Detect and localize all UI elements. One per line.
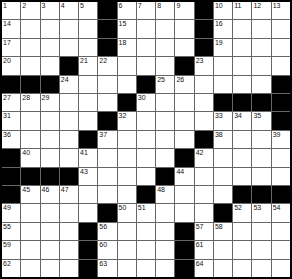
cell-r14c7[interactable] bbox=[118, 241, 136, 258]
cell-r13c1[interactable]: 55 bbox=[2, 223, 20, 240]
cell-r8c6[interactable]: 37 bbox=[98, 131, 116, 148]
cell-r6c1[interactable]: 27 bbox=[2, 94, 20, 111]
clue-number: 60 bbox=[99, 241, 107, 249]
black-square-r5c3 bbox=[41, 76, 59, 93]
cell-r14c1[interactable]: 59 bbox=[2, 241, 20, 258]
cell-r15c14[interactable] bbox=[252, 260, 270, 277]
cell-r7c3[interactable] bbox=[41, 112, 59, 129]
cell-r15c13[interactable] bbox=[233, 260, 251, 277]
cell-r8c3[interactable] bbox=[41, 131, 59, 148]
clue-number: 23 bbox=[196, 57, 204, 65]
cell-r14c11[interactable]: 61 bbox=[195, 241, 213, 258]
cell-r8c7[interactable] bbox=[118, 131, 136, 148]
cell-r3c10[interactable] bbox=[175, 39, 193, 56]
clue-number: 57 bbox=[196, 223, 204, 231]
clue-number: 36 bbox=[3, 131, 11, 139]
clue-number: 38 bbox=[215, 131, 223, 139]
cell-r13c13[interactable] bbox=[233, 223, 251, 240]
cell-r11c10[interactable] bbox=[175, 186, 193, 203]
cell-r5c10[interactable]: 26 bbox=[175, 76, 193, 93]
clue-number: 62 bbox=[3, 260, 11, 268]
clue-number: 10 bbox=[215, 2, 223, 10]
clue-number: 26 bbox=[176, 76, 184, 84]
cell-r10c12[interactable] bbox=[214, 168, 232, 185]
cell-r8c10[interactable] bbox=[175, 131, 193, 148]
clue-number: 22 bbox=[99, 57, 107, 65]
cell-r1c12[interactable]: 10 bbox=[214, 2, 232, 19]
cell-r2c4[interactable] bbox=[60, 20, 78, 37]
cell-r12c8[interactable]: 51 bbox=[137, 204, 155, 221]
clue-number: 40 bbox=[22, 149, 30, 157]
cell-r14c13[interactable] bbox=[233, 241, 251, 258]
cell-r7c11[interactable] bbox=[195, 112, 213, 129]
black-square-r5c8 bbox=[137, 76, 155, 93]
clue-number: 34 bbox=[234, 112, 242, 120]
cell-r5c12[interactable] bbox=[214, 76, 232, 93]
cell-r7c5[interactable] bbox=[79, 112, 97, 129]
black-square-r9c1 bbox=[2, 149, 20, 166]
black-square-r10c1 bbox=[2, 168, 20, 185]
cell-r12c13[interactable]: 52 bbox=[233, 204, 251, 221]
black-square-r6c15 bbox=[272, 94, 290, 111]
black-square-r13c10 bbox=[175, 223, 193, 240]
cell-r5c14[interactable] bbox=[252, 76, 270, 93]
cell-r14c3[interactable] bbox=[41, 241, 59, 258]
black-square-r8c5 bbox=[79, 131, 97, 148]
cell-r9c11[interactable]: 42 bbox=[195, 149, 213, 166]
black-square-r1c6 bbox=[98, 2, 116, 19]
cell-r3c2[interactable] bbox=[21, 39, 39, 56]
cell-r15c3[interactable] bbox=[41, 260, 59, 277]
cell-r9c12[interactable] bbox=[214, 149, 232, 166]
cell-r11c5[interactable] bbox=[79, 186, 97, 203]
cell-r4c9[interactable] bbox=[156, 57, 174, 74]
cell-r11c11[interactable] bbox=[195, 186, 213, 203]
cell-r7c9[interactable] bbox=[156, 112, 174, 129]
cell-r2c5[interactable] bbox=[79, 20, 97, 37]
cell-r6c10[interactable] bbox=[175, 94, 193, 111]
black-square-r11c1 bbox=[2, 186, 20, 203]
black-square-r1c11 bbox=[195, 2, 213, 19]
cell-r15c15[interactable] bbox=[272, 260, 290, 277]
clue-number: 18 bbox=[119, 39, 127, 47]
clue-number: 16 bbox=[215, 20, 223, 28]
cell-r2c13[interactable] bbox=[233, 20, 251, 37]
cell-r9c5[interactable]: 41 bbox=[79, 149, 97, 166]
cell-r6c8[interactable]: 30 bbox=[137, 94, 155, 111]
cell-r9c15[interactable] bbox=[272, 149, 290, 166]
cell-r13c11[interactable]: 57 bbox=[195, 223, 213, 240]
clue-number: 6 bbox=[119, 2, 123, 10]
black-square-r10c4 bbox=[60, 168, 78, 185]
cell-r13c14[interactable] bbox=[252, 223, 270, 240]
cell-r4c8[interactable] bbox=[137, 57, 155, 74]
cell-r2c7[interactable]: 15 bbox=[118, 20, 136, 37]
cell-r1c2[interactable]: 2 bbox=[21, 2, 39, 19]
cell-r4c7[interactable] bbox=[118, 57, 136, 74]
cell-r15c8[interactable] bbox=[137, 260, 155, 277]
cell-r5c9[interactable]: 25 bbox=[156, 76, 174, 93]
clue-number: 54 bbox=[273, 204, 281, 212]
black-square-r12c6 bbox=[98, 204, 116, 221]
cell-r8c12[interactable]: 38 bbox=[214, 131, 232, 148]
cell-r12c2[interactable] bbox=[21, 204, 39, 221]
cell-r2c8[interactable] bbox=[137, 20, 155, 37]
clue-number: 13 bbox=[273, 2, 281, 10]
clue-number: 46 bbox=[42, 186, 50, 194]
black-square-r11c14 bbox=[252, 186, 270, 203]
clue-number: 53 bbox=[253, 204, 261, 212]
black-square-r4c4 bbox=[60, 57, 78, 74]
clue-number: 11 bbox=[234, 2, 241, 10]
cell-r14c14[interactable] bbox=[252, 241, 270, 258]
cell-r14c9[interactable] bbox=[156, 241, 174, 258]
cell-r12c3[interactable] bbox=[41, 204, 59, 221]
cell-r10c11[interactable] bbox=[195, 168, 213, 185]
clue-number: 39 bbox=[273, 131, 281, 139]
cell-r7c13[interactable]: 34 bbox=[233, 112, 251, 129]
cell-r7c8[interactable] bbox=[137, 112, 155, 129]
clue-number: 3 bbox=[42, 2, 46, 10]
cell-r4c5[interactable]: 21 bbox=[79, 57, 97, 74]
crossword-grid: 1234567891011121314151617181920212223242… bbox=[0, 0, 292, 279]
cell-r2c14[interactable] bbox=[252, 20, 270, 37]
cell-r5c5[interactable] bbox=[79, 76, 97, 93]
clue-number: 2 bbox=[22, 2, 26, 10]
cell-r2c3[interactable] bbox=[41, 20, 59, 37]
black-square-r4c10 bbox=[175, 57, 193, 74]
cell-r11c12[interactable] bbox=[214, 186, 232, 203]
black-square-r3c6 bbox=[98, 39, 116, 56]
cell-r1c4[interactable]: 4 bbox=[60, 2, 78, 19]
cell-r1c15[interactable]: 13 bbox=[272, 2, 290, 19]
clue-number: 25 bbox=[157, 76, 165, 84]
clue-number: 32 bbox=[119, 112, 127, 120]
cell-r15c6[interactable]: 63 bbox=[98, 260, 116, 277]
black-square-r9c10 bbox=[175, 149, 193, 166]
cell-r4c6[interactable]: 22 bbox=[98, 57, 116, 74]
black-square-r2c11 bbox=[195, 20, 213, 37]
cell-r14c2[interactable] bbox=[21, 241, 39, 258]
clue-number: 59 bbox=[3, 241, 11, 249]
cell-r6c6[interactable] bbox=[98, 94, 116, 111]
cell-r3c9[interactable] bbox=[156, 39, 174, 56]
cell-r7c4[interactable] bbox=[60, 112, 78, 129]
clue-number: 24 bbox=[61, 76, 69, 84]
cell-r12c11[interactable] bbox=[195, 204, 213, 221]
black-square-r5c2 bbox=[21, 76, 39, 93]
cell-r6c4[interactable] bbox=[60, 94, 78, 111]
black-square-r10c3 bbox=[41, 168, 59, 185]
black-square-r11c15 bbox=[272, 186, 290, 203]
cell-r1c1[interactable]: 1 bbox=[2, 2, 20, 19]
cell-r6c2[interactable]: 28 bbox=[21, 94, 39, 111]
cell-r15c12[interactable] bbox=[214, 260, 232, 277]
cell-r12c10[interactable] bbox=[175, 204, 193, 221]
cell-r13c4[interactable] bbox=[60, 223, 78, 240]
cell-r3c3[interactable] bbox=[41, 39, 59, 56]
clue-number: 48 bbox=[157, 186, 165, 194]
cell-r15c1[interactable]: 62 bbox=[2, 260, 20, 277]
cell-r1c8[interactable]: 7 bbox=[137, 2, 155, 19]
cell-r10c6[interactable] bbox=[98, 168, 116, 185]
cell-r1c10[interactable]: 9 bbox=[175, 2, 193, 19]
cell-r4c2[interactable] bbox=[21, 57, 39, 74]
cell-r14c8[interactable] bbox=[137, 241, 155, 258]
clue-number: 45 bbox=[22, 186, 30, 194]
cell-r14c12[interactable] bbox=[214, 241, 232, 258]
cell-r7c12[interactable]: 33 bbox=[214, 112, 232, 129]
black-square-r7c6 bbox=[98, 112, 116, 129]
cell-r10c8[interactable] bbox=[137, 168, 155, 185]
cell-r9c7[interactable] bbox=[118, 149, 136, 166]
black-square-r10c2 bbox=[21, 168, 39, 185]
cell-r6c11[interactable] bbox=[195, 94, 213, 111]
cell-r2c12[interactable]: 16 bbox=[214, 20, 232, 37]
cell-r5c13[interactable] bbox=[233, 76, 251, 93]
cell-r15c11[interactable]: 64 bbox=[195, 260, 213, 277]
cell-r14c4[interactable] bbox=[60, 241, 78, 258]
black-square-r6c12 bbox=[214, 94, 232, 111]
clue-number: 7 bbox=[138, 2, 142, 10]
cell-r11c4[interactable]: 47 bbox=[60, 186, 78, 203]
cell-r15c4[interactable] bbox=[60, 260, 78, 277]
clue-number: 1 bbox=[3, 2, 7, 10]
cell-r7c1[interactable]: 31 bbox=[2, 112, 20, 129]
cell-r5c11[interactable] bbox=[195, 76, 213, 93]
cell-r9c6[interactable] bbox=[98, 149, 116, 166]
cell-r3c14[interactable] bbox=[252, 39, 270, 56]
clue-number: 47 bbox=[61, 186, 69, 194]
cell-r6c3[interactable]: 29 bbox=[41, 94, 59, 111]
cell-r11c3[interactable]: 46 bbox=[41, 186, 59, 203]
cell-r11c6[interactable] bbox=[98, 186, 116, 203]
clue-number: 50 bbox=[119, 204, 127, 212]
cell-r11c9[interactable]: 48 bbox=[156, 186, 174, 203]
clue-number: 42 bbox=[196, 149, 204, 157]
clue-number: 31 bbox=[3, 112, 11, 120]
cell-r1c5[interactable]: 5 bbox=[79, 2, 97, 19]
cell-r10c5[interactable]: 43 bbox=[79, 168, 97, 185]
clue-number: 28 bbox=[22, 94, 30, 102]
cell-r4c15[interactable] bbox=[272, 57, 290, 74]
black-square-r14c10 bbox=[175, 241, 193, 258]
cell-r12c5[interactable] bbox=[79, 204, 97, 221]
cell-r15c9[interactable] bbox=[156, 260, 174, 277]
clue-number: 30 bbox=[138, 94, 146, 102]
cell-r4c12[interactable] bbox=[214, 57, 232, 74]
cell-r2c9[interactable] bbox=[156, 20, 174, 37]
cell-r2c10[interactable] bbox=[175, 20, 193, 37]
clue-number: 43 bbox=[80, 168, 88, 176]
clue-number: 17 bbox=[3, 39, 11, 47]
cell-r1c14[interactable]: 12 bbox=[252, 2, 270, 19]
black-square-r12c12 bbox=[214, 204, 232, 221]
clue-number: 20 bbox=[3, 57, 11, 65]
cell-r8c14[interactable] bbox=[252, 131, 270, 148]
clue-number: 56 bbox=[99, 223, 107, 231]
cell-r2c15[interactable] bbox=[272, 20, 290, 37]
cell-r1c7[interactable]: 6 bbox=[118, 2, 136, 19]
black-square-r13c5 bbox=[79, 223, 97, 240]
cell-r1c13[interactable]: 11 bbox=[233, 2, 251, 19]
cell-r13c2[interactable] bbox=[21, 223, 39, 240]
black-square-r14c5 bbox=[79, 241, 97, 258]
cell-r9c8[interactable] bbox=[137, 149, 155, 166]
cell-r13c7[interactable] bbox=[118, 223, 136, 240]
cell-r11c2[interactable]: 45 bbox=[21, 186, 39, 203]
clue-number: 41 bbox=[80, 149, 88, 157]
cell-r4c13[interactable] bbox=[233, 57, 251, 74]
clue-number: 33 bbox=[215, 112, 223, 120]
clue-number: 64 bbox=[196, 260, 204, 268]
clue-number: 37 bbox=[99, 131, 107, 139]
cell-r9c2[interactable]: 40 bbox=[21, 149, 39, 166]
black-square-r6c13 bbox=[233, 94, 251, 111]
cell-r8c1[interactable]: 36 bbox=[2, 131, 20, 148]
clue-number: 29 bbox=[42, 94, 50, 102]
cell-r7c10[interactable] bbox=[175, 112, 193, 129]
black-square-r7c15 bbox=[272, 112, 290, 129]
clue-number: 35 bbox=[253, 112, 261, 120]
black-square-r6c14 bbox=[252, 94, 270, 111]
black-square-r2c6 bbox=[98, 20, 116, 37]
cell-r10c14[interactable] bbox=[252, 168, 270, 185]
clue-number: 9 bbox=[176, 2, 180, 10]
cell-r12c1[interactable]: 49 bbox=[2, 204, 20, 221]
cell-r11c7[interactable] bbox=[118, 186, 136, 203]
cell-r14c15[interactable] bbox=[272, 241, 290, 258]
cell-r9c4[interactable] bbox=[60, 149, 78, 166]
clue-number: 52 bbox=[234, 204, 242, 212]
clue-number: 44 bbox=[176, 168, 184, 176]
cell-r1c9[interactable]: 8 bbox=[156, 2, 174, 19]
black-square-r15c10 bbox=[175, 260, 193, 277]
cell-r7c14[interactable]: 35 bbox=[252, 112, 270, 129]
cell-r8c2[interactable] bbox=[21, 131, 39, 148]
cell-r13c8[interactable] bbox=[137, 223, 155, 240]
black-square-r8c11 bbox=[195, 131, 213, 148]
cell-r8c9[interactable] bbox=[156, 131, 174, 148]
clue-number: 14 bbox=[3, 20, 11, 28]
cell-r13c3[interactable] bbox=[41, 223, 59, 240]
cell-r12c7[interactable]: 50 bbox=[118, 204, 136, 221]
cell-r2c2[interactable] bbox=[21, 20, 39, 37]
black-square-r3c11 bbox=[195, 39, 213, 56]
cell-r13c12[interactable]: 58 bbox=[214, 223, 232, 240]
cell-r6c9[interactable] bbox=[156, 94, 174, 111]
clue-number: 4 bbox=[61, 2, 65, 10]
cell-r4c3[interactable] bbox=[41, 57, 59, 74]
black-square-r11c13 bbox=[233, 186, 251, 203]
cell-r3c7[interactable]: 18 bbox=[118, 39, 136, 56]
cell-r3c1[interactable]: 17 bbox=[2, 39, 20, 56]
cell-r10c10[interactable]: 44 bbox=[175, 168, 193, 185]
cell-r3c5[interactable] bbox=[79, 39, 97, 56]
cell-r7c7[interactable]: 32 bbox=[118, 112, 136, 129]
clue-number: 8 bbox=[157, 2, 161, 10]
cell-r13c6[interactable]: 56 bbox=[98, 223, 116, 240]
cell-r4c1[interactable]: 20 bbox=[2, 57, 20, 74]
cell-r8c8[interactable] bbox=[137, 131, 155, 148]
clue-number: 27 bbox=[3, 94, 11, 102]
cell-r14c6[interactable]: 60 bbox=[98, 241, 116, 258]
cell-r3c4[interactable] bbox=[60, 39, 78, 56]
cell-r10c7[interactable] bbox=[118, 168, 136, 185]
clue-number: 55 bbox=[3, 223, 11, 231]
black-square-r10c9 bbox=[156, 168, 174, 185]
cell-r2c1[interactable]: 14 bbox=[2, 20, 20, 37]
cell-r5c6[interactable] bbox=[98, 76, 116, 93]
cell-r15c2[interactable] bbox=[21, 260, 39, 277]
black-square-r5c15 bbox=[272, 76, 290, 93]
cell-r3c8[interactable] bbox=[137, 39, 155, 56]
cell-r12c9[interactable] bbox=[156, 204, 174, 221]
clue-number: 15 bbox=[119, 20, 127, 28]
cell-r3c12[interactable]: 19 bbox=[214, 39, 232, 56]
cell-r12c4[interactable] bbox=[60, 204, 78, 221]
black-square-r15c5 bbox=[79, 260, 97, 277]
cell-r4c11[interactable]: 23 bbox=[195, 57, 213, 74]
cell-r10c15[interactable] bbox=[272, 168, 290, 185]
cell-r9c14[interactable] bbox=[252, 149, 270, 166]
clue-number: 49 bbox=[3, 204, 11, 212]
cell-r13c15[interactable] bbox=[272, 223, 290, 240]
cell-r3c15[interactable] bbox=[272, 39, 290, 56]
cell-r9c9[interactable] bbox=[156, 149, 174, 166]
cell-r15c7[interactable] bbox=[118, 260, 136, 277]
cell-r8c13[interactable] bbox=[233, 131, 251, 148]
clue-number: 63 bbox=[99, 260, 107, 268]
clue-number: 19 bbox=[215, 39, 223, 47]
black-square-r6c7 bbox=[118, 94, 136, 111]
cell-r12c14[interactable]: 53 bbox=[252, 204, 270, 221]
black-square-r11c8 bbox=[137, 186, 155, 203]
cell-r1c3[interactable]: 3 bbox=[41, 2, 59, 19]
clue-number: 61 bbox=[196, 241, 204, 249]
cell-r8c4[interactable] bbox=[60, 131, 78, 148]
cell-r6c5[interactable] bbox=[79, 94, 97, 111]
cell-r4c14[interactable] bbox=[252, 57, 270, 74]
black-square-r5c1 bbox=[2, 76, 20, 93]
cell-r9c3[interactable] bbox=[41, 149, 59, 166]
cell-r3c13[interactable] bbox=[233, 39, 251, 56]
cell-r12c15[interactable]: 54 bbox=[272, 204, 290, 221]
cell-r9c13[interactable] bbox=[233, 149, 251, 166]
clue-number: 5 bbox=[80, 2, 84, 10]
clue-number: 21 bbox=[80, 57, 88, 65]
cell-r13c9[interactable] bbox=[156, 223, 174, 240]
cell-r5c4[interactable]: 24 bbox=[60, 76, 78, 93]
clue-number: 58 bbox=[215, 223, 223, 231]
clue-number: 12 bbox=[253, 2, 261, 10]
cell-r8c15[interactable]: 39 bbox=[272, 131, 290, 148]
cell-r5c7[interactable] bbox=[118, 76, 136, 93]
clue-number: 51 bbox=[138, 204, 146, 212]
cell-r7c2[interactable] bbox=[21, 112, 39, 129]
cell-r10c13[interactable] bbox=[233, 168, 251, 185]
